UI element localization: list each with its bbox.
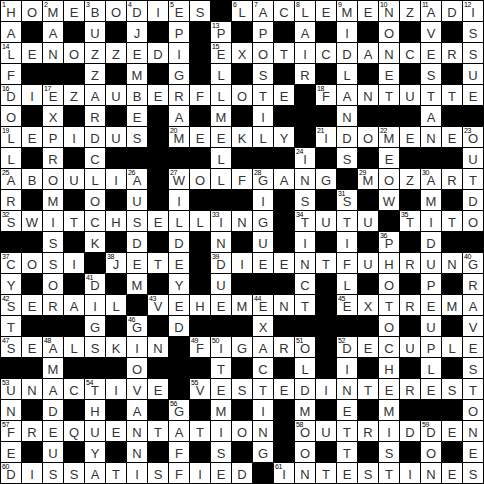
- cell-r7c21[interactable]: N: [421, 127, 441, 147]
- cell-r15c4[interactable]: A: [64, 295, 84, 315]
- cell-r7c18[interactable]: O: [358, 127, 378, 147]
- cell-r3c22[interactable]: R: [442, 43, 462, 63]
- cell-r19c15[interactable]: D: [295, 379, 315, 399]
- cell-r7c12[interactable]: K: [232, 127, 252, 147]
- cell-r6c21[interactable]: A: [421, 106, 441, 126]
- cell-r23c1[interactable]: 60D: [1, 463, 21, 483]
- cell-r17c19[interactable]: C: [379, 337, 399, 357]
- cell-r1c10[interactable]: S: [190, 1, 210, 21]
- cell-r11c1[interactable]: 32S: [1, 211, 21, 231]
- cell-r9c4[interactable]: U: [64, 169, 84, 189]
- cell-r23c14[interactable]: 61I: [274, 463, 294, 483]
- cell-r3c21[interactable]: E: [421, 43, 441, 63]
- cell-r16c19[interactable]: O: [379, 316, 399, 336]
- cell-r4c19[interactable]: E: [379, 64, 399, 84]
- cell-r21c13[interactable]: N: [253, 421, 273, 441]
- cell-r8c17[interactable]: S: [337, 148, 357, 168]
- cell-r10c1[interactable]: R: [1, 190, 21, 210]
- cell-r12c11[interactable]: N: [211, 232, 231, 252]
- cell-r13c6[interactable]: 38J: [106, 253, 126, 273]
- cell-r17c7[interactable]: I: [127, 337, 147, 357]
- cell-r21c5[interactable]: U: [85, 421, 105, 441]
- cell-r1c5[interactable]: 3B: [85, 1, 105, 21]
- cell-r19c13[interactable]: T: [253, 379, 273, 399]
- cell-r9c5[interactable]: L: [85, 169, 105, 189]
- cell-r5c19[interactable]: T: [379, 85, 399, 105]
- cell-r3c20[interactable]: C: [400, 43, 420, 63]
- cell-r23c20[interactable]: I: [400, 463, 420, 483]
- cell-r9c21[interactable]: 30A: [421, 169, 441, 189]
- cell-r23c21[interactable]: N: [421, 463, 441, 483]
- cell-r10c19[interactable]: W: [379, 190, 399, 210]
- cell-r1c17[interactable]: 9M: [337, 1, 357, 21]
- cell-r13c19[interactable]: H: [379, 253, 399, 273]
- cell-r23c2[interactable]: I: [22, 463, 42, 483]
- cell-r4c1[interactable]: F: [1, 64, 21, 84]
- cell-r22c5[interactable]: Y: [85, 442, 105, 462]
- cell-r1c12[interactable]: 6L: [232, 1, 252, 21]
- cell-r11c2[interactable]: W: [22, 211, 42, 231]
- cell-r1c14[interactable]: C: [274, 1, 294, 21]
- cell-r18c13[interactable]: C: [253, 358, 273, 378]
- cell-r1c23[interactable]: 12I: [463, 1, 483, 21]
- cell-r21c8[interactable]: T: [148, 421, 168, 441]
- cell-r11c7[interactable]: S: [127, 211, 147, 231]
- cell-r8c23[interactable]: U: [463, 148, 483, 168]
- cell-r6c3[interactable]: X: [43, 106, 63, 126]
- cell-r20c3[interactable]: D: [43, 400, 63, 420]
- cell-r19c4[interactable]: C: [64, 379, 84, 399]
- cell-r5c7[interactable]: B: [127, 85, 147, 105]
- cell-r7c13[interactable]: L: [253, 127, 273, 147]
- cell-r3c16[interactable]: C: [316, 43, 336, 63]
- cell-r17c20[interactable]: U: [400, 337, 420, 357]
- cell-r22c9[interactable]: F: [169, 442, 189, 462]
- cell-r18c15[interactable]: L: [295, 358, 315, 378]
- cell-r14c21[interactable]: P: [421, 274, 441, 294]
- cell-r13c15[interactable]: N: [295, 253, 315, 273]
- cell-r1c13[interactable]: 7A: [253, 1, 273, 21]
- cell-r4c7[interactable]: M: [127, 64, 147, 84]
- cell-r5c9[interactable]: R: [169, 85, 189, 105]
- cell-r9c20[interactable]: Z: [400, 169, 420, 189]
- cell-r9c18[interactable]: 29M: [358, 169, 378, 189]
- cell-r19c19[interactable]: E: [379, 379, 399, 399]
- cell-r1c20[interactable]: Z: [400, 1, 420, 21]
- cell-r23c4[interactable]: S: [64, 463, 84, 483]
- cell-r17c4[interactable]: L: [64, 337, 84, 357]
- cell-r3c11[interactable]: 15E: [211, 43, 231, 63]
- cell-r23c5[interactable]: A: [85, 463, 105, 483]
- cell-r17c21[interactable]: P: [421, 337, 441, 357]
- cell-r1c16[interactable]: E: [316, 1, 336, 21]
- cell-r23c10[interactable]: I: [190, 463, 210, 483]
- cell-r3c14[interactable]: T: [274, 43, 294, 63]
- cell-r3c6[interactable]: Z: [106, 43, 126, 63]
- cell-r3c12[interactable]: X: [232, 43, 252, 63]
- cell-r4c5[interactable]: Z: [85, 64, 105, 84]
- cell-r3c19[interactable]: N: [379, 43, 399, 63]
- cell-r13c1[interactable]: 37C: [1, 253, 21, 273]
- cell-r14c9[interactable]: Y: [169, 274, 189, 294]
- cell-r5c20[interactable]: U: [400, 85, 420, 105]
- cell-r2c9[interactable]: P: [169, 22, 189, 42]
- cell-r16c1[interactable]: T: [1, 316, 21, 336]
- cell-r17c2[interactable]: E: [22, 337, 42, 357]
- cell-r8c3[interactable]: R: [43, 148, 63, 168]
- cell-r3c7[interactable]: E: [127, 43, 147, 63]
- cell-r5c1[interactable]: 16D: [1, 85, 21, 105]
- cell-r3c3[interactable]: N: [43, 43, 63, 63]
- cell-r23c9[interactable]: F: [169, 463, 189, 483]
- cell-r2c21[interactable]: V: [421, 22, 441, 42]
- cell-r1c21[interactable]: 11A: [421, 1, 441, 21]
- cell-r10c17[interactable]: 31S: [337, 190, 357, 210]
- cell-r21c12[interactable]: O: [232, 421, 252, 441]
- cell-r10c13[interactable]: I: [253, 190, 273, 210]
- cell-r3c15[interactable]: I: [295, 43, 315, 63]
- cell-r5c14[interactable]: E: [274, 85, 294, 105]
- cell-r19c3[interactable]: A: [43, 379, 63, 399]
- cell-r19c12[interactable]: S: [232, 379, 252, 399]
- cell-r2c7[interactable]: J: [127, 22, 147, 42]
- cell-r13c9[interactable]: E: [169, 253, 189, 273]
- cell-r23c11[interactable]: E: [211, 463, 231, 483]
- cell-r10c21[interactable]: M: [421, 190, 441, 210]
- cell-r20c1[interactable]: N: [1, 400, 21, 420]
- cell-r11c11[interactable]: 33I: [211, 211, 231, 231]
- cell-r1c18[interactable]: E: [358, 1, 378, 21]
- cell-r13c12[interactable]: I: [232, 253, 252, 273]
- cell-r14c5[interactable]: 41D: [85, 274, 105, 294]
- cell-r2c11[interactable]: 13P: [211, 22, 231, 42]
- cell-r23c12[interactable]: D: [232, 463, 252, 483]
- cell-r9c12[interactable]: F: [232, 169, 252, 189]
- cell-r21c11[interactable]: I: [211, 421, 231, 441]
- cell-r3c4[interactable]: O: [64, 43, 84, 63]
- cell-r7c6[interactable]: U: [106, 127, 126, 147]
- cell-r15c3[interactable]: R: [43, 295, 63, 315]
- cell-r7c10[interactable]: E: [190, 127, 210, 147]
- cell-r22c13[interactable]: G: [253, 442, 273, 462]
- cell-r9c15[interactable]: N: [295, 169, 315, 189]
- cell-r11c12[interactable]: N: [232, 211, 252, 231]
- cell-r19c5[interactable]: 54T: [85, 379, 105, 399]
- cell-r15c15[interactable]: T: [295, 295, 315, 315]
- cell-r7c19[interactable]: 22M: [379, 127, 399, 147]
- cell-r17c8[interactable]: N: [148, 337, 168, 357]
- cell-r17c1[interactable]: 47S: [1, 337, 21, 357]
- cell-r15c9[interactable]: E: [169, 295, 189, 315]
- cell-r18c11[interactable]: T: [211, 358, 231, 378]
- cell-r23c23[interactable]: S: [463, 463, 483, 483]
- cell-r11c8[interactable]: E: [148, 211, 168, 231]
- cell-r6c9[interactable]: A: [169, 106, 189, 126]
- cell-r6c1[interactable]: O: [1, 106, 21, 126]
- cell-r5c2[interactable]: I: [22, 85, 42, 105]
- cell-r15c1[interactable]: 42S: [1, 295, 21, 315]
- cell-r21c10[interactable]: T: [190, 421, 210, 441]
- cell-r12c3[interactable]: S: [43, 232, 63, 252]
- cell-r9c23[interactable]: T: [463, 169, 483, 189]
- cell-r7c5[interactable]: D: [85, 127, 105, 147]
- cell-r15c10[interactable]: H: [190, 295, 210, 315]
- cell-r22c1[interactable]: E: [1, 442, 21, 462]
- cell-r21c15[interactable]: 58O: [295, 421, 315, 441]
- cell-r9c3[interactable]: O: [43, 169, 63, 189]
- cell-r12c21[interactable]: D: [421, 232, 441, 252]
- cell-r10c9[interactable]: I: [169, 190, 189, 210]
- cell-r17c11[interactable]: 50I: [211, 337, 231, 357]
- cell-r3c9[interactable]: I: [169, 43, 189, 63]
- cell-r2c23[interactable]: S: [463, 22, 483, 42]
- cell-r1c2[interactable]: O: [22, 1, 42, 21]
- cell-r16c23[interactable]: V: [463, 316, 483, 336]
- cell-r18c7[interactable]: O: [127, 358, 147, 378]
- cell-r19c14[interactable]: E: [274, 379, 294, 399]
- cell-r8c11[interactable]: L: [211, 148, 231, 168]
- cell-r15c17[interactable]: 45E: [337, 295, 357, 315]
- cell-r2c15[interactable]: A: [295, 22, 315, 42]
- cell-r20c5[interactable]: H: [85, 400, 105, 420]
- cell-r5c5[interactable]: A: [85, 85, 105, 105]
- cell-r18c17[interactable]: I: [337, 358, 357, 378]
- cell-r3c23[interactable]: S: [463, 43, 483, 63]
- cell-r3c18[interactable]: A: [358, 43, 378, 63]
- cell-r1c9[interactable]: 5E: [169, 1, 189, 21]
- cell-r17c5[interactable]: S: [85, 337, 105, 357]
- cell-r22c21[interactable]: O: [421, 442, 441, 462]
- cell-r9c19[interactable]: O: [379, 169, 399, 189]
- cell-r21c21[interactable]: 59D: [421, 421, 441, 441]
- cell-r13c4[interactable]: I: [64, 253, 84, 273]
- cell-r9c6[interactable]: I: [106, 169, 126, 189]
- cell-r4c13[interactable]: S: [253, 64, 273, 84]
- cell-r13c17[interactable]: F: [337, 253, 357, 273]
- cell-r21c3[interactable]: E: [43, 421, 63, 441]
- cell-r1c19[interactable]: 10N: [379, 1, 399, 21]
- cell-r3c2[interactable]: E: [22, 43, 42, 63]
- cell-r19c18[interactable]: T: [358, 379, 378, 399]
- cell-r2c5[interactable]: U: [85, 22, 105, 42]
- cell-r19c7[interactable]: V: [127, 379, 147, 399]
- cell-r1c4[interactable]: E: [64, 1, 84, 21]
- cell-r21c19[interactable]: I: [379, 421, 399, 441]
- cell-r15c21[interactable]: E: [421, 295, 441, 315]
- cell-r20c15[interactable]: M: [295, 400, 315, 420]
- cell-r1c22[interactable]: D: [442, 1, 462, 21]
- cell-r7c11[interactable]: E: [211, 127, 231, 147]
- cell-r8c1[interactable]: L: [1, 148, 21, 168]
- cell-r22c19[interactable]: S: [379, 442, 399, 462]
- cell-r13c3[interactable]: S: [43, 253, 63, 273]
- cell-r5c6[interactable]: U: [106, 85, 126, 105]
- cell-r7c22[interactable]: E: [442, 127, 462, 147]
- cell-r9c2[interactable]: B: [22, 169, 42, 189]
- cell-r7c20[interactable]: E: [400, 127, 420, 147]
- cell-r20c9[interactable]: 56G: [169, 400, 189, 420]
- cell-r9c9[interactable]: 27W: [169, 169, 189, 189]
- cell-r20c17[interactable]: E: [337, 400, 357, 420]
- cell-r23c6[interactable]: T: [106, 463, 126, 483]
- cell-r5c12[interactable]: O: [232, 85, 252, 105]
- cell-r20c13[interactable]: I: [253, 400, 273, 420]
- cell-r21c22[interactable]: E: [442, 421, 462, 441]
- cell-r6c13[interactable]: I: [253, 106, 273, 126]
- cell-r21c1[interactable]: 57F: [1, 421, 21, 441]
- cell-r21c7[interactable]: N: [127, 421, 147, 441]
- cell-r10c15[interactable]: S: [295, 190, 315, 210]
- cell-r20c11[interactable]: M: [211, 400, 231, 420]
- cell-r11c3[interactable]: I: [43, 211, 63, 231]
- cell-r15c14[interactable]: N: [274, 295, 294, 315]
- cell-r17c23[interactable]: E: [463, 337, 483, 357]
- cell-r11c17[interactable]: T: [337, 211, 357, 231]
- cell-r12c17[interactable]: I: [337, 232, 357, 252]
- cell-r4c21[interactable]: S: [421, 64, 441, 84]
- cell-r23c17[interactable]: E: [337, 463, 357, 483]
- cell-r17c14[interactable]: R: [274, 337, 294, 357]
- cell-r21c2[interactable]: R: [22, 421, 42, 441]
- cell-r15c8[interactable]: 43V: [148, 295, 168, 315]
- cell-r5c4[interactable]: Z: [64, 85, 84, 105]
- cell-r10c23[interactable]: D: [463, 190, 483, 210]
- cell-r5c23[interactable]: E: [463, 85, 483, 105]
- cell-r23c15[interactable]: N: [295, 463, 315, 483]
- cell-r7c9[interactable]: 20M: [169, 127, 189, 147]
- cell-r22c15[interactable]: O: [295, 442, 315, 462]
- cell-r22c11[interactable]: S: [211, 442, 231, 462]
- cell-r15c19[interactable]: T: [379, 295, 399, 315]
- cell-r6c5[interactable]: R: [85, 106, 105, 126]
- cell-r1c8[interactable]: I: [148, 1, 168, 21]
- cell-r21c16[interactable]: U: [316, 421, 336, 441]
- cell-r11c10[interactable]: L: [190, 211, 210, 231]
- cell-r10c5[interactable]: O: [85, 190, 105, 210]
- cell-r5c10[interactable]: F: [190, 85, 210, 105]
- cell-r19c1[interactable]: 53U: [1, 379, 21, 399]
- cell-r3c5[interactable]: Z: [85, 43, 105, 63]
- cell-r13c20[interactable]: R: [400, 253, 420, 273]
- cell-r17c15[interactable]: 51O: [295, 337, 315, 357]
- cell-r7c17[interactable]: D: [337, 127, 357, 147]
- cell-r7c23[interactable]: 23O: [463, 127, 483, 147]
- cell-r21c6[interactable]: E: [106, 421, 126, 441]
- cell-r13c2[interactable]: O: [22, 253, 42, 273]
- cell-r1c3[interactable]: 2M: [43, 1, 63, 21]
- cell-r16c21[interactable]: U: [421, 316, 441, 336]
- cell-r21c23[interactable]: N: [463, 421, 483, 441]
- cell-r13c13[interactable]: E: [253, 253, 273, 273]
- cell-r5c16[interactable]: 18F: [316, 85, 336, 105]
- cell-r12c5[interactable]: K: [85, 232, 105, 252]
- cell-r5c21[interactable]: T: [421, 85, 441, 105]
- cell-r2c13[interactable]: P: [253, 22, 273, 42]
- cell-r14c1[interactable]: Y: [1, 274, 21, 294]
- cell-r11c23[interactable]: O: [463, 211, 483, 231]
- cell-r3c1[interactable]: 14L: [1, 43, 21, 63]
- cell-r1c1[interactable]: 1H: [1, 1, 21, 21]
- cell-r7c14[interactable]: Y: [274, 127, 294, 147]
- cell-r22c3[interactable]: U: [43, 442, 63, 462]
- cell-r13c21[interactable]: U: [421, 253, 441, 273]
- cell-r19c16[interactable]: I: [316, 379, 336, 399]
- cell-r13c11[interactable]: 39D: [211, 253, 231, 273]
- cell-r11c15[interactable]: 34T: [295, 211, 315, 231]
- cell-r8c19[interactable]: E: [379, 148, 399, 168]
- cell-r14c17[interactable]: L: [337, 274, 357, 294]
- cell-r5c8[interactable]: E: [148, 85, 168, 105]
- cell-r23c8[interactable]: S: [148, 463, 168, 483]
- cell-r15c13[interactable]: 44E: [253, 295, 273, 315]
- cell-r5c22[interactable]: T: [442, 85, 462, 105]
- cell-r12c19[interactable]: 36P: [379, 232, 399, 252]
- cell-r19c17[interactable]: N: [337, 379, 357, 399]
- cell-r11c9[interactable]: L: [169, 211, 189, 231]
- cell-r13c23[interactable]: 40G: [463, 253, 483, 273]
- cell-r16c5[interactable]: G: [85, 316, 105, 336]
- cell-r8c15[interactable]: 24I: [295, 148, 315, 168]
- cell-r5c3[interactable]: 17E: [43, 85, 63, 105]
- cell-r5c11[interactable]: L: [211, 85, 231, 105]
- cell-r11c13[interactable]: G: [253, 211, 273, 231]
- cell-r19c10[interactable]: 55V: [190, 379, 210, 399]
- cell-r7c2[interactable]: E: [22, 127, 42, 147]
- cell-r12c13[interactable]: U: [253, 232, 273, 252]
- cell-r22c17[interactable]: T: [337, 442, 357, 462]
- cell-r15c23[interactable]: A: [463, 295, 483, 315]
- cell-r9c14[interactable]: A: [274, 169, 294, 189]
- cell-r4c15[interactable]: R: [295, 64, 315, 84]
- cell-r23c16[interactable]: T: [316, 463, 336, 483]
- cell-r12c7[interactable]: D: [127, 232, 147, 252]
- cell-r7c16[interactable]: 21I: [316, 127, 336, 147]
- cell-r5c13[interactable]: T: [253, 85, 273, 105]
- cell-r23c3[interactable]: S: [43, 463, 63, 483]
- cell-r23c7[interactable]: I: [127, 463, 147, 483]
- cell-r20c19[interactable]: M: [379, 400, 399, 420]
- cell-r20c7[interactable]: A: [127, 400, 147, 420]
- cell-r12c9[interactable]: D: [169, 232, 189, 252]
- cell-r7c3[interactable]: P: [43, 127, 63, 147]
- cell-r15c18[interactable]: X: [358, 295, 378, 315]
- cell-r1c6[interactable]: O: [106, 1, 126, 21]
- cell-r21c17[interactable]: T: [337, 421, 357, 441]
- cell-r17c12[interactable]: G: [232, 337, 252, 357]
- cell-r7c4[interactable]: I: [64, 127, 84, 147]
- cell-r3c17[interactable]: D: [337, 43, 357, 63]
- cell-r15c2[interactable]: E: [22, 295, 42, 315]
- cell-r1c15[interactable]: 8L: [295, 1, 315, 21]
- cell-r19c11[interactable]: E: [211, 379, 231, 399]
- cell-r11c6[interactable]: H: [106, 211, 126, 231]
- cell-r20c23[interactable]: O: [463, 400, 483, 420]
- cell-r13c14[interactable]: E: [274, 253, 294, 273]
- cell-r9c11[interactable]: L: [211, 169, 231, 189]
- cell-r6c17[interactable]: N: [337, 106, 357, 126]
- cell-r13c22[interactable]: N: [442, 253, 462, 273]
- cell-r18c19[interactable]: H: [379, 358, 399, 378]
- cell-r2c3[interactable]: A: [43, 22, 63, 42]
- cell-r22c7[interactable]: N: [127, 442, 147, 462]
- cell-r15c12[interactable]: M: [232, 295, 252, 315]
- cell-r13c8[interactable]: T: [148, 253, 168, 273]
- cell-r5c17[interactable]: A: [337, 85, 357, 105]
- cell-r17c17[interactable]: 52D: [337, 337, 357, 357]
- cell-r2c19[interactable]: O: [379, 22, 399, 42]
- cell-r21c9[interactable]: A: [169, 421, 189, 441]
- cell-r14c7[interactable]: M: [127, 274, 147, 294]
